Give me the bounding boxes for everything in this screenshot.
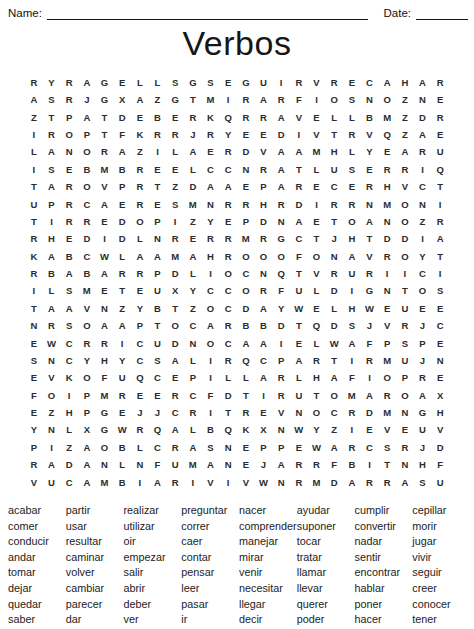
grid-cell[interactable]: T: [308, 387, 326, 404]
grid-cell[interactable]: R: [166, 230, 184, 247]
grid-cell[interactable]: T: [113, 283, 131, 300]
grid-cell[interactable]: R: [237, 91, 255, 108]
word-item[interactable]: venir: [239, 565, 297, 581]
grid-cell[interactable]: N: [149, 230, 167, 247]
grid-cell[interactable]: D: [414, 109, 432, 126]
grid-cell[interactable]: K: [237, 422, 255, 439]
grid-cell[interactable]: P: [60, 109, 78, 126]
grid-cell[interactable]: V: [396, 178, 414, 195]
grid-cell[interactable]: R: [184, 109, 202, 126]
grid-cell[interactable]: A: [78, 109, 96, 126]
grid-cell[interactable]: N: [219, 439, 237, 456]
grid-cell[interactable]: Q: [237, 352, 255, 369]
word-item[interactable]: sentir: [355, 550, 413, 566]
word-item[interactable]: conocer: [412, 597, 470, 613]
grid-cell[interactable]: P: [113, 178, 131, 195]
grid-cell[interactable]: M: [378, 404, 396, 421]
grid-cell[interactable]: R: [325, 265, 343, 282]
grid-cell[interactable]: E: [96, 283, 114, 300]
grid-cell[interactable]: E: [431, 300, 449, 317]
grid-cell[interactable]: G: [166, 91, 184, 108]
grid-cell[interactable]: R: [272, 196, 290, 213]
grid-cell[interactable]: U: [149, 283, 167, 300]
grid-cell[interactable]: E: [237, 126, 255, 143]
grid-cell[interactable]: E: [113, 404, 131, 421]
grid-cell[interactable]: P: [43, 196, 61, 213]
grid-cell[interactable]: R: [43, 126, 61, 143]
grid-cell[interactable]: T: [325, 213, 343, 230]
grid-cell[interactable]: A: [78, 456, 96, 473]
word-item[interactable]: salir: [124, 565, 182, 581]
grid-cell[interactable]: W: [96, 248, 114, 265]
grid-cell[interactable]: L: [343, 144, 361, 161]
grid-cell[interactable]: X: [166, 283, 184, 300]
grid-cell[interactable]: A: [78, 74, 96, 91]
grid-cell[interactable]: E: [113, 196, 131, 213]
grid-cell[interactable]: E: [431, 335, 449, 352]
grid-cell[interactable]: R: [25, 74, 43, 91]
grid-cell[interactable]: L: [184, 161, 202, 178]
grid-cell[interactable]: S: [202, 74, 220, 91]
grid-cell[interactable]: P: [149, 213, 167, 230]
grid-cell[interactable]: B: [60, 248, 78, 265]
grid-cell[interactable]: R: [272, 369, 290, 386]
grid-cell[interactable]: F: [290, 91, 308, 108]
grid-cell[interactable]: E: [414, 300, 432, 317]
grid-cell[interactable]: B: [78, 161, 96, 178]
grid-cell[interactable]: R: [255, 161, 273, 178]
word-item[interactable]: llegar: [239, 597, 297, 613]
grid-cell[interactable]: Q: [431, 161, 449, 178]
grid-cell[interactable]: M: [308, 144, 326, 161]
grid-cell[interactable]: N: [361, 196, 379, 213]
grid-cell[interactable]: N: [396, 456, 414, 473]
grid-cell[interactable]: B: [149, 300, 167, 317]
grid-cell[interactable]: G: [361, 283, 379, 300]
grid-cell[interactable]: R: [343, 196, 361, 213]
grid-cell[interactable]: R: [131, 265, 149, 282]
grid-cell[interactable]: L: [290, 369, 308, 386]
grid-cell[interactable]: V: [43, 369, 61, 386]
grid-cell[interactable]: F: [96, 369, 114, 386]
word-item[interactable]: seguir: [412, 565, 470, 581]
grid-cell[interactable]: R: [378, 248, 396, 265]
grid-cell[interactable]: B: [202, 422, 220, 439]
grid-cell[interactable]: F: [25, 387, 43, 404]
grid-cell[interactable]: O: [396, 196, 414, 213]
word-item[interactable]: querer: [297, 597, 355, 613]
grid-cell[interactable]: I: [25, 283, 43, 300]
grid-cell[interactable]: R: [219, 144, 237, 161]
grid-cell[interactable]: E: [343, 178, 361, 195]
grid-cell[interactable]: Q: [378, 126, 396, 143]
grid-cell[interactable]: E: [166, 109, 184, 126]
grid-cell[interactable]: Y: [131, 300, 149, 317]
grid-cell[interactable]: S: [43, 91, 61, 108]
grid-cell[interactable]: T: [290, 265, 308, 282]
grid-cell[interactable]: N: [396, 404, 414, 421]
grid-cell[interactable]: R: [378, 387, 396, 404]
grid-cell[interactable]: V: [255, 144, 273, 161]
grid-cell[interactable]: C: [60, 474, 78, 491]
grid-cell[interactable]: M: [378, 352, 396, 369]
grid-cell[interactable]: E: [308, 109, 326, 126]
grid-cell[interactable]: A: [202, 456, 220, 473]
grid-cell[interactable]: A: [396, 474, 414, 491]
grid-cell[interactable]: Z: [60, 439, 78, 456]
grid-cell[interactable]: J: [184, 126, 202, 143]
grid-cell[interactable]: A: [149, 248, 167, 265]
grid-cell[interactable]: E: [308, 213, 326, 230]
grid-cell[interactable]: C: [202, 283, 220, 300]
grid-cell[interactable]: Y: [414, 248, 432, 265]
grid-cell[interactable]: P: [25, 439, 43, 456]
grid-cell[interactable]: I: [396, 265, 414, 282]
grid-cell[interactable]: M: [378, 196, 396, 213]
grid-cell[interactable]: M: [96, 474, 114, 491]
grid-cell[interactable]: O: [414, 283, 432, 300]
grid-cell[interactable]: A: [96, 317, 114, 334]
grid-cell[interactable]: R: [361, 265, 379, 282]
grid-cell[interactable]: I: [184, 474, 202, 491]
grid-cell[interactable]: N: [131, 456, 149, 473]
grid-cell[interactable]: C: [361, 74, 379, 91]
grid-cell[interactable]: A: [113, 144, 131, 161]
grid-cell[interactable]: W: [113, 422, 131, 439]
grid-cell[interactable]: P: [237, 213, 255, 230]
grid-cell[interactable]: I: [96, 230, 114, 247]
grid-cell[interactable]: R: [113, 387, 131, 404]
grid-cell[interactable]: E: [343, 74, 361, 91]
grid-cell[interactable]: E: [255, 126, 273, 143]
grid-cell[interactable]: R: [184, 404, 202, 421]
grid-cell[interactable]: N: [290, 404, 308, 421]
word-item[interactable]: deber: [124, 597, 182, 613]
grid-cell[interactable]: F: [272, 283, 290, 300]
grid-cell[interactable]: A: [219, 178, 237, 195]
grid-cell[interactable]: S: [202, 439, 220, 456]
grid-cell[interactable]: W: [290, 300, 308, 317]
grid-cell[interactable]: R: [361, 178, 379, 195]
grid-cell[interactable]: O: [237, 283, 255, 300]
grid-cell[interactable]: J: [361, 317, 379, 334]
grid-cell[interactable]: U: [431, 474, 449, 491]
grid-cell[interactable]: I: [290, 126, 308, 143]
word-item[interactable]: cambiar: [66, 581, 124, 597]
grid-cell[interactable]: I: [131, 474, 149, 491]
grid-cell[interactable]: R: [166, 126, 184, 143]
grid-cell[interactable]: E: [25, 404, 43, 421]
grid-cell[interactable]: A: [166, 352, 184, 369]
word-item[interactable]: convertir: [355, 519, 413, 535]
grid-cell[interactable]: A: [43, 456, 61, 473]
grid-cell[interactable]: A: [396, 144, 414, 161]
grid-cell[interactable]: E: [431, 369, 449, 386]
grid-cell[interactable]: S: [149, 352, 167, 369]
grid-cell[interactable]: L: [184, 352, 202, 369]
grid-cell[interactable]: S: [60, 283, 78, 300]
word-item[interactable]: usar: [66, 519, 124, 535]
grid-cell[interactable]: L: [25, 144, 43, 161]
grid-cell[interactable]: M: [184, 196, 202, 213]
word-item[interactable]: llevar: [297, 581, 355, 597]
grid-cell[interactable]: Y: [113, 352, 131, 369]
word-item[interactable]: empezar: [124, 550, 182, 566]
grid-cell[interactable]: C: [414, 178, 432, 195]
grid-cell[interactable]: L: [113, 456, 131, 473]
grid-cell[interactable]: U: [149, 335, 167, 352]
grid-cell[interactable]: N: [361, 91, 379, 108]
grid-cell[interactable]: Y: [202, 213, 220, 230]
grid-cell[interactable]: Z: [396, 126, 414, 143]
grid-cell[interactable]: O: [308, 404, 326, 421]
grid-cell[interactable]: N: [184, 335, 202, 352]
grid-cell[interactable]: I: [202, 369, 220, 386]
grid-cell[interactable]: R: [343, 404, 361, 421]
grid-cell[interactable]: D: [237, 300, 255, 317]
grid-cell[interactable]: Z: [325, 422, 343, 439]
grid-cell[interactable]: M: [308, 474, 326, 491]
grid-cell[interactable]: Z: [184, 213, 202, 230]
grid-cell[interactable]: K: [25, 248, 43, 265]
word-item[interactable]: caer: [181, 534, 239, 550]
grid-cell[interactable]: R: [325, 196, 343, 213]
grid-cell[interactable]: O: [255, 248, 273, 265]
grid-cell[interactable]: U: [25, 196, 43, 213]
grid-cell[interactable]: A: [272, 161, 290, 178]
word-item[interactable]: dar: [66, 612, 124, 628]
grid-cell[interactable]: O: [325, 387, 343, 404]
grid-cell[interactable]: R: [343, 126, 361, 143]
grid-cell[interactable]: S: [396, 335, 414, 352]
grid-cell[interactable]: A: [184, 248, 202, 265]
grid-cell[interactable]: Q: [219, 109, 237, 126]
grid-cell[interactable]: O: [60, 126, 78, 143]
grid-cell[interactable]: O: [396, 387, 414, 404]
grid-cell[interactable]: D: [78, 230, 96, 247]
grid-cell[interactable]: I: [255, 387, 273, 404]
grid-cell[interactable]: I: [343, 283, 361, 300]
grid-cell[interactable]: R: [131, 422, 149, 439]
word-item[interactable]: ayudar: [297, 503, 355, 519]
grid-cell[interactable]: R: [343, 439, 361, 456]
grid-cell[interactable]: Y: [219, 126, 237, 143]
grid-cell[interactable]: C: [166, 404, 184, 421]
grid-cell[interactable]: O: [237, 248, 255, 265]
word-item[interactable]: abrir: [124, 581, 182, 597]
grid-cell[interactable]: G: [272, 230, 290, 247]
grid-cell[interactable]: T: [219, 404, 237, 421]
word-item[interactable]: pasar: [181, 597, 239, 613]
grid-cell[interactable]: A: [255, 369, 273, 386]
grid-cell[interactable]: T: [325, 126, 343, 143]
grid-cell[interactable]: R: [414, 144, 432, 161]
word-item[interactable]: contar: [181, 550, 239, 566]
grid-cell[interactable]: R: [113, 265, 131, 282]
grid-cell[interactable]: U: [166, 456, 184, 473]
grid-cell[interactable]: R: [166, 387, 184, 404]
grid-cell[interactable]: L: [43, 283, 61, 300]
grid-cell[interactable]: R: [166, 474, 184, 491]
grid-cell[interactable]: V: [202, 474, 220, 491]
grid-cell[interactable]: T: [290, 161, 308, 178]
grid-cell[interactable]: U: [255, 74, 273, 91]
grid-cell[interactable]: W: [308, 439, 326, 456]
grid-cell[interactable]: H: [60, 404, 78, 421]
grid-cell[interactable]: Q: [149, 422, 167, 439]
grid-cell[interactable]: I: [202, 265, 220, 282]
grid-cell[interactable]: L: [237, 369, 255, 386]
grid-cell[interactable]: Q: [219, 422, 237, 439]
grid-cell[interactable]: A: [96, 196, 114, 213]
grid-cell[interactable]: T: [361, 230, 379, 247]
word-item[interactable]: saber: [8, 612, 66, 628]
word-item[interactable]: utilizar: [124, 519, 182, 535]
grid-cell[interactable]: R: [308, 456, 326, 473]
grid-cell[interactable]: A: [290, 144, 308, 161]
grid-cell[interactable]: S: [166, 74, 184, 91]
word-item[interactable]: nadar: [355, 534, 413, 550]
grid-cell[interactable]: R: [255, 109, 273, 126]
grid-cell[interactable]: O: [202, 300, 220, 317]
grid-cell[interactable]: R: [396, 161, 414, 178]
grid-cell[interactable]: S: [414, 474, 432, 491]
grid-cell[interactable]: D: [184, 178, 202, 195]
grid-cell[interactable]: A: [343, 248, 361, 265]
grid-cell[interactable]: S: [43, 161, 61, 178]
grid-cell[interactable]: Q: [272, 265, 290, 282]
grid-cell[interactable]: U: [290, 283, 308, 300]
word-item[interactable]: manejar: [239, 534, 297, 550]
grid-cell[interactable]: Y: [308, 422, 326, 439]
word-item[interactable]: caminar: [66, 550, 124, 566]
grid-cell[interactable]: J: [149, 404, 167, 421]
grid-cell[interactable]: M: [237, 230, 255, 247]
grid-cell[interactable]: D: [272, 126, 290, 143]
grid-cell[interactable]: N: [25, 317, 43, 334]
grid-cell[interactable]: K: [60, 369, 78, 386]
grid-cell[interactable]: V: [78, 300, 96, 317]
grid-cell[interactable]: H: [378, 178, 396, 195]
grid-cell[interactable]: B: [361, 109, 379, 126]
grid-cell[interactable]: A: [414, 387, 432, 404]
grid-cell[interactable]: Y: [43, 74, 61, 91]
grid-cell[interactable]: R: [60, 196, 78, 213]
grid-cell[interactable]: I: [272, 335, 290, 352]
grid-cell[interactable]: R: [78, 213, 96, 230]
grid-cell[interactable]: O: [325, 91, 343, 108]
word-item[interactable]: leer: [181, 581, 239, 597]
grid-cell[interactable]: E: [237, 439, 255, 456]
grid-cell[interactable]: F: [202, 387, 220, 404]
grid-cell[interactable]: C: [431, 317, 449, 334]
grid-cell[interactable]: T: [25, 300, 43, 317]
grid-cell[interactable]: V: [272, 404, 290, 421]
grid-cell[interactable]: R: [290, 178, 308, 195]
grid-cell[interactable]: V: [378, 317, 396, 334]
grid-cell[interactable]: X: [431, 387, 449, 404]
grid-cell[interactable]: R: [219, 230, 237, 247]
grid-cell[interactable]: E: [308, 178, 326, 195]
grid-cell[interactable]: C: [131, 335, 149, 352]
grid-cell[interactable]: E: [202, 144, 220, 161]
grid-cell[interactable]: D: [272, 317, 290, 334]
grid-cell[interactable]: D: [361, 404, 379, 421]
grid-cell[interactable]: A: [431, 230, 449, 247]
grid-cell[interactable]: B: [78, 265, 96, 282]
grid-cell[interactable]: E: [149, 387, 167, 404]
grid-cell[interactable]: R: [219, 248, 237, 265]
grid-cell[interactable]: E: [149, 161, 167, 178]
grid-cell[interactable]: R: [219, 317, 237, 334]
grid-cell[interactable]: C: [60, 335, 78, 352]
grid-cell[interactable]: A: [272, 456, 290, 473]
grid-cell[interactable]: L: [131, 439, 149, 456]
grid-cell[interactable]: S: [343, 91, 361, 108]
grid-cell[interactable]: S: [166, 196, 184, 213]
grid-cell[interactable]: E: [378, 300, 396, 317]
grid-cell[interactable]: V: [431, 422, 449, 439]
grid-cell[interactable]: H: [255, 196, 273, 213]
grid-cell[interactable]: D: [325, 474, 343, 491]
word-item[interactable]: hablar: [355, 581, 413, 597]
grid-cell[interactable]: R: [219, 196, 237, 213]
grid-cell[interactable]: I: [431, 265, 449, 282]
grid-cell[interactable]: I: [25, 161, 43, 178]
grid-cell[interactable]: I: [219, 474, 237, 491]
grid-cell[interactable]: B: [237, 317, 255, 334]
grid-cell[interactable]: A: [60, 265, 78, 282]
grid-cell[interactable]: I: [414, 161, 432, 178]
grid-cell[interactable]: J: [78, 91, 96, 108]
grid-cell[interactable]: D: [60, 456, 78, 473]
grid-cell[interactable]: A: [237, 335, 255, 352]
grid-cell[interactable]: Z: [396, 91, 414, 108]
grid-cell[interactable]: P: [255, 178, 273, 195]
grid-cell[interactable]: A: [184, 439, 202, 456]
word-item[interactable]: quedar: [8, 597, 66, 613]
grid-cell[interactable]: R: [25, 456, 43, 473]
grid-cell[interactable]: M: [166, 248, 184, 265]
grid-cell[interactable]: E: [396, 422, 414, 439]
grid-cell[interactable]: P: [78, 404, 96, 421]
grid-cell[interactable]: Z: [166, 178, 184, 195]
grid-cell[interactable]: R: [60, 91, 78, 108]
grid-cell[interactable]: F: [431, 456, 449, 473]
grid-cell[interactable]: N: [237, 161, 255, 178]
grid-cell[interactable]: C: [219, 161, 237, 178]
grid-cell[interactable]: A: [43, 300, 61, 317]
word-item[interactable]: creer: [412, 581, 470, 597]
grid-cell[interactable]: I: [113, 335, 131, 352]
grid-cell[interactable]: C: [202, 161, 220, 178]
grid-cell[interactable]: R: [431, 74, 449, 91]
grid-cell[interactable]: A: [60, 300, 78, 317]
grid-cell[interactable]: R: [149, 126, 167, 143]
grid-cell[interactable]: L: [308, 283, 326, 300]
grid-cell[interactable]: C: [184, 317, 202, 334]
grid-cell[interactable]: S: [431, 283, 449, 300]
grid-cell[interactable]: E: [255, 404, 273, 421]
grid-cell[interactable]: O: [378, 369, 396, 386]
grid-cell[interactable]: R: [255, 283, 273, 300]
grid-cell[interactable]: A: [202, 178, 220, 195]
grid-cell[interactable]: A: [255, 91, 273, 108]
grid-cell[interactable]: G: [96, 91, 114, 108]
grid-cell[interactable]: R: [131, 196, 149, 213]
grid-cell[interactable]: L: [343, 109, 361, 126]
word-item[interactable]: realizar: [124, 503, 182, 519]
